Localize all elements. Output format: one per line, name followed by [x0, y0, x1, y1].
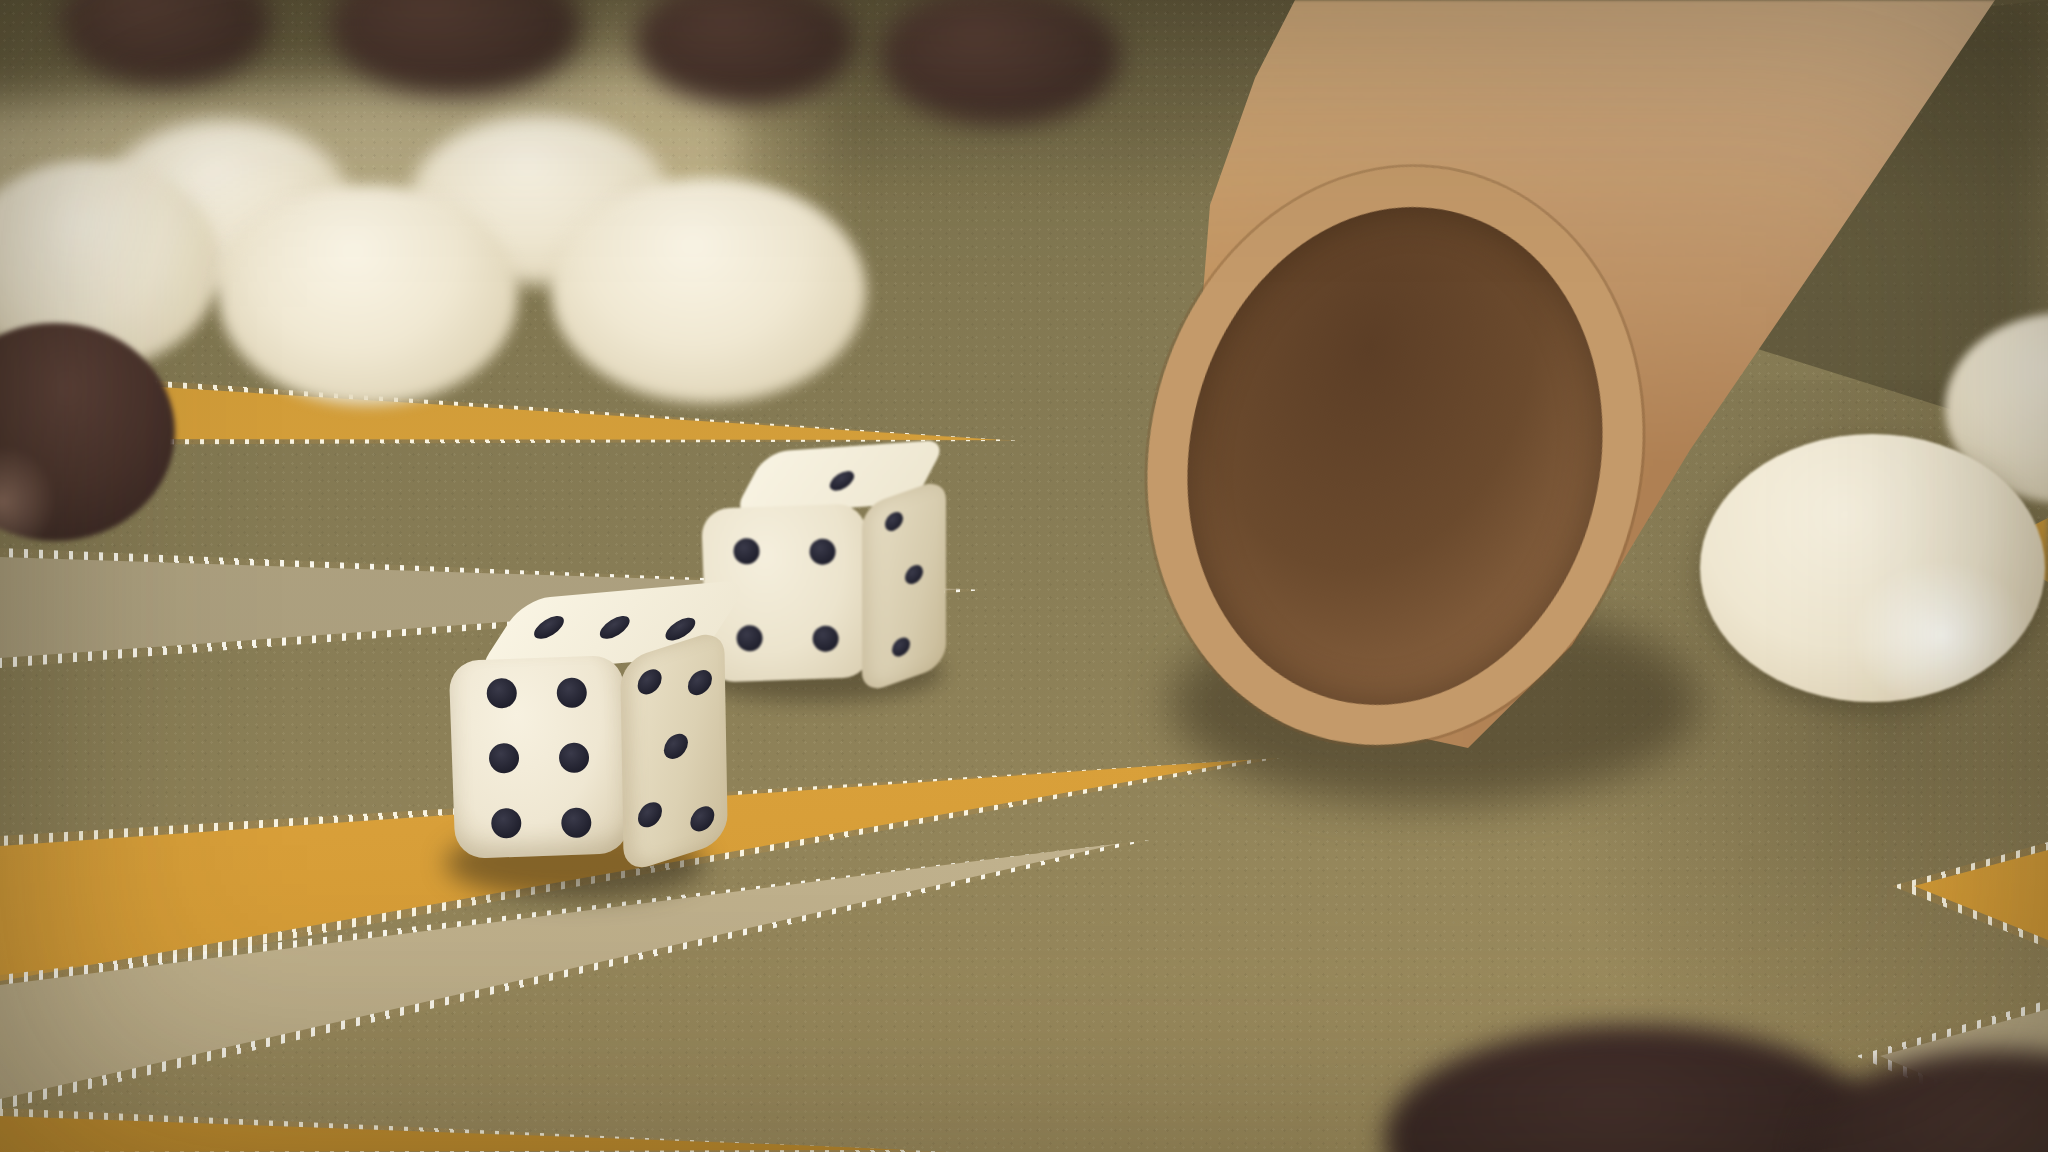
backgammon-photo-scene — [0, 0, 2048, 1152]
die-pip — [892, 635, 910, 659]
die-pip — [595, 615, 636, 640]
die-pip — [690, 803, 714, 835]
near-die-front-face — [449, 655, 630, 859]
far-die-right-face — [862, 478, 946, 695]
die-pip — [489, 743, 520, 774]
die-pip — [638, 799, 662, 831]
die-pip — [558, 742, 589, 773]
near-die-right-face — [620, 628, 728, 874]
die-pip — [905, 563, 923, 587]
die-pip — [736, 624, 763, 651]
checker-white[interactable] — [551, 178, 866, 403]
die-pip — [556, 677, 587, 708]
die-pip — [638, 666, 662, 698]
die-pip — [812, 625, 839, 652]
die-pip — [491, 808, 522, 839]
near-die[interactable] — [440, 570, 740, 900]
die-pip — [826, 470, 858, 491]
die-pip — [688, 667, 712, 699]
die-pip — [885, 510, 903, 534]
die-pip — [809, 538, 836, 565]
checker-white[interactable] — [218, 185, 518, 405]
die-pip — [561, 808, 592, 839]
die-pip — [664, 730, 688, 762]
die-pip — [486, 677, 517, 708]
checker-white[interactable] — [1700, 434, 2045, 702]
die-pip — [733, 537, 760, 564]
die-pip — [528, 615, 569, 640]
